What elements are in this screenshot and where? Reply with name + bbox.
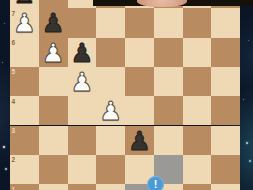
white-pawn-b6[interactable]: ♟: [39, 38, 68, 67]
square-c7[interactable]: [68, 8, 97, 37]
square-g3[interactable]: [183, 126, 212, 155]
square-f6[interactable]: [154, 38, 183, 67]
square-f3[interactable]: [154, 126, 183, 155]
square-h4[interactable]: [211, 96, 240, 125]
square-g6[interactable]: [183, 38, 212, 67]
square-c2[interactable]: [68, 155, 97, 184]
square-f7[interactable]: [154, 8, 183, 37]
black-pawn-e3[interactable]: ♟: [125, 126, 154, 155]
black-rook-a8[interactable]: ♜: [10, 0, 39, 8]
square-e5[interactable]: [125, 67, 154, 96]
square-g1[interactable]: [183, 184, 212, 190]
square-d2[interactable]: [96, 155, 125, 184]
square-b4[interactable]: [39, 96, 68, 125]
square-g5[interactable]: [183, 67, 212, 96]
black-pawn-c6[interactable]: ♟: [68, 38, 97, 67]
rank-label-1: 1: [12, 186, 16, 190]
black-pawn-b7[interactable]: ♟: [39, 8, 68, 37]
star-dot: [3, 146, 5, 148]
square-d7[interactable]: [96, 8, 125, 37]
square-e7[interactable]: [125, 8, 154, 37]
square-e4[interactable]: [125, 96, 154, 125]
chess-board[interactable]: 7654321♜♟♟♟♟♟♟♟: [10, 0, 240, 190]
square-b1[interactable]: [39, 184, 68, 190]
square-d5[interactable]: [96, 67, 125, 96]
square-b5[interactable]: [39, 67, 68, 96]
rank-label-5: 5: [12, 68, 16, 75]
rank-label-6: 6: [12, 39, 16, 46]
square-c3[interactable]: [68, 126, 97, 155]
square-h3[interactable]: [211, 126, 240, 155]
square-h7[interactable]: [211, 8, 240, 37]
square-g4[interactable]: [183, 96, 212, 125]
rank-label-2: 2: [12, 156, 16, 163]
star-dot: [4, 23, 5, 24]
square-d3[interactable]: [96, 126, 125, 155]
square-h2[interactable]: [211, 155, 240, 184]
app-screen: 7654321♜♟♟♟♟♟♟♟ !: [0, 0, 253, 190]
video-overlay-strip: [93, 0, 253, 6]
square-c8[interactable]: [68, 0, 97, 8]
square-d6[interactable]: [96, 38, 125, 67]
star-dot: [249, 160, 251, 162]
star-dot: [246, 142, 248, 144]
star-dot: [5, 168, 7, 170]
square-b3[interactable]: [39, 126, 68, 155]
square-h6[interactable]: [211, 38, 240, 67]
white-pawn-c5[interactable]: ♟: [68, 67, 97, 96]
square-f5[interactable]: [154, 67, 183, 96]
square-b8[interactable]: [39, 0, 68, 8]
square-g2[interactable]: [183, 155, 212, 184]
square-h1[interactable]: [211, 184, 240, 190]
white-pawn-a7[interactable]: ♟: [10, 8, 39, 37]
square-c4[interactable]: [68, 96, 97, 125]
rank-label-4: 4: [12, 98, 16, 105]
great-move-badge: !: [147, 176, 164, 190]
square-c1[interactable]: [68, 184, 97, 190]
rank-label-3: 3: [12, 127, 16, 134]
square-g7[interactable]: [183, 8, 212, 37]
square-d1[interactable]: [96, 184, 125, 190]
square-f4[interactable]: [154, 96, 183, 125]
square-e6[interactable]: [125, 38, 154, 67]
square-h5[interactable]: [211, 67, 240, 96]
star-dot: [2, 62, 3, 63]
star-dot: [248, 40, 249, 41]
white-pawn-d4[interactable]: ♟: [96, 96, 125, 125]
star-dot: [243, 99, 244, 100]
square-b2[interactable]: [39, 155, 68, 184]
webcam-skin-fragment: [137, 0, 187, 7]
